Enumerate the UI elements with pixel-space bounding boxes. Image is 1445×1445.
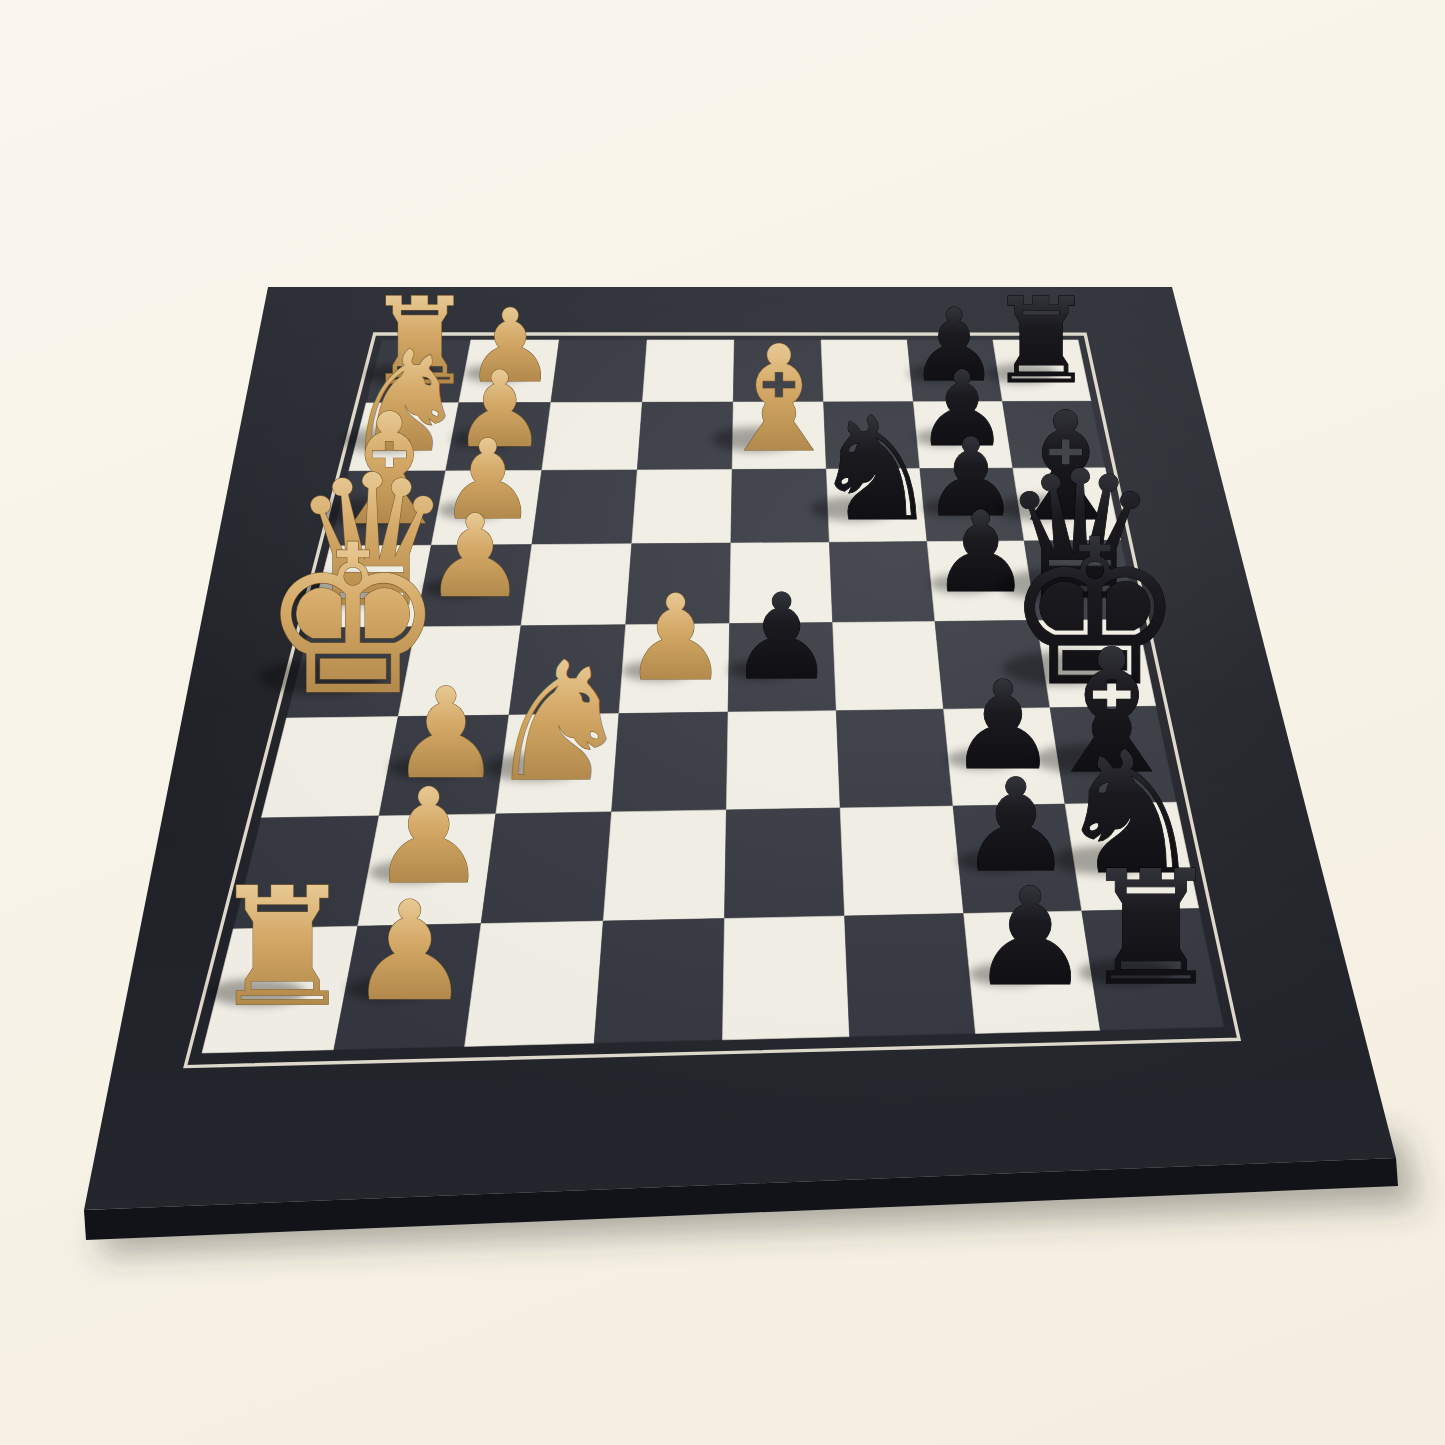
piece-black-pawn-e5: ♟ <box>729 568 835 706</box>
piece-white-rook-h1: ♜ <box>209 853 355 1042</box>
piece-black-pawn-h7: ♟ <box>970 859 1091 1016</box>
piece-white-knight-f3: ♞ <box>486 627 633 818</box>
chess-board: ♜♟♟♜♞♟♝♟♝♟♞♟♝♛♟♟♛♚♟♟♚♟♞♟♝♟♟♞♜♟♟♜ <box>0 0 1445 1445</box>
piece-white-pawn-e4: ♟ <box>623 569 729 707</box>
piece-black-knight-c6: ♞ <box>812 386 940 553</box>
piece-white-pawn-h2: ♟ <box>348 872 471 1031</box>
chess-photo-scene: Ruy Lopez (Spanish Opening) r1bqkbnr/ppp… <box>0 0 1445 1445</box>
piece-black-rook-h8: ♜ <box>1080 836 1222 1020</box>
